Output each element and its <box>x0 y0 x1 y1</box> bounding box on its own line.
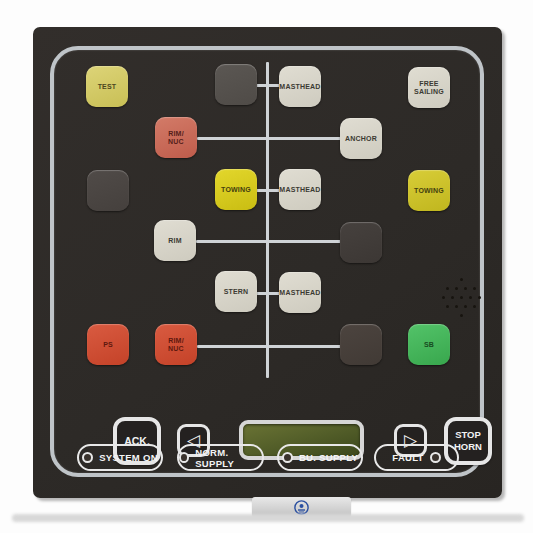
speaker-dot <box>455 305 458 308</box>
lamp-button-masthead-middle[interactable]: MASTHEAD <box>279 169 321 210</box>
lamp-button-label: NUC <box>168 345 184 353</box>
lamp-button-label: MASTHEAD <box>279 186 320 194</box>
speaker-dot <box>455 287 458 290</box>
lamp-button-rim-nuc-upper[interactable]: RIM/NUC <box>155 117 197 158</box>
lamp-button-sb[interactable]: SB <box>408 324 450 365</box>
control-panel: TESTMASTHEADFREESAILINGRIM/NUCANCHORTOWI… <box>33 27 502 498</box>
indicator-label: BU. SUPPLY <box>299 452 358 463</box>
lamp-button-label: RIM <box>168 237 181 245</box>
lamp-button-free-sailing[interactable]: FREESAILING <box>408 67 450 108</box>
indicator-label: SYSTEM ON <box>99 452 158 463</box>
lamp-button-label: MASTHEAD <box>279 83 320 91</box>
lamp-button-label: MASTHEAD <box>279 289 320 297</box>
lamp-button-towing-left[interactable]: TOWING <box>215 169 257 210</box>
lamp-button-label: SAILING <box>414 88 444 96</box>
table-shadow <box>12 514 524 522</box>
indicator-label: NORM. SUPPLY <box>195 447 262 469</box>
lamp-button-stern[interactable]: STERN <box>215 271 257 312</box>
lamp-button-blank-bottom-right[interactable] <box>340 324 382 365</box>
mast-vertical <box>266 62 269 378</box>
lamp-button-anchor[interactable]: ANCHOR <box>340 118 382 159</box>
indicator-label: FAULT <box>392 452 423 463</box>
buzzer-speaker-icon <box>436 272 486 322</box>
yard-stern <box>256 292 280 295</box>
lamp-button-masthead-upper[interactable]: MASTHEAD <box>279 66 321 107</box>
speaker-dot <box>446 287 449 290</box>
speaker-dot <box>473 287 476 290</box>
yard-anchor <box>197 137 341 140</box>
lamp-button-label: ANCHOR <box>345 135 377 143</box>
indicator-lamp-icon <box>179 452 189 463</box>
indicator-system-on: SYSTEM ON <box>77 444 163 471</box>
indicator-lamp-icon <box>82 452 93 463</box>
lamp-button-blank-top[interactable] <box>215 64 257 105</box>
lamp-button-label: TEST <box>98 83 117 91</box>
yard-towing <box>256 189 280 192</box>
photo-background: TESTMASTHEADFREESAILINGRIM/NUCANCHORTOWI… <box>0 0 533 533</box>
lamp-button-label: TOWING <box>414 187 444 195</box>
lamp-button-label: NUC <box>168 138 184 146</box>
speaker-dot <box>469 296 472 299</box>
stop-horn-label-2: HORN <box>454 441 482 453</box>
lamp-button-rim[interactable]: RIM <box>154 220 196 261</box>
indicator-fault: FAULT <box>374 444 459 471</box>
lamp-button-blank-mid-left[interactable] <box>87 170 129 211</box>
lamp-button-test[interactable]: TEST <box>86 66 128 107</box>
speaker-dot <box>473 305 476 308</box>
stop-horn-label-1: STOP <box>455 429 481 441</box>
speaker-dot <box>446 305 449 308</box>
speaker-dot <box>478 296 481 299</box>
lamp-button-label: TOWING <box>221 186 251 194</box>
speaker-dot <box>464 305 467 308</box>
indicator-bu-supply: BU. SUPPLY <box>277 444 363 471</box>
speaker-dot <box>464 287 467 290</box>
indicator-lamp-icon <box>282 452 293 463</box>
lamp-button-rim-nuc-lower[interactable]: RIM/NUC <box>155 324 197 365</box>
lamp-button-label: RIM/ <box>168 130 184 138</box>
speaker-dot <box>460 296 463 299</box>
lamp-button-masthead-lower[interactable]: MASTHEAD <box>279 272 321 313</box>
yard-rim <box>196 240 341 243</box>
lamp-button-label: RIM/ <box>168 337 184 345</box>
speaker-dot <box>460 278 463 281</box>
lamp-button-label: FREE <box>419 80 438 88</box>
indicator-norm-supply: NORM. SUPPLY <box>177 444 264 471</box>
lamp-button-towing-right[interactable]: TOWING <box>408 170 450 211</box>
speaker-dot <box>460 314 463 317</box>
lamp-button-blank-mid-right[interactable] <box>340 222 382 263</box>
speaker-dot <box>451 296 454 299</box>
indicator-lamp-icon <box>430 452 441 463</box>
lamp-button-ps[interactable]: PS <box>87 324 129 365</box>
lamp-button-label: PS <box>103 341 113 349</box>
lamp-button-label: SB <box>424 341 434 349</box>
lamp-button-label: STERN <box>224 288 249 296</box>
yard-bottom <box>197 345 341 348</box>
speaker-dot <box>442 296 445 299</box>
